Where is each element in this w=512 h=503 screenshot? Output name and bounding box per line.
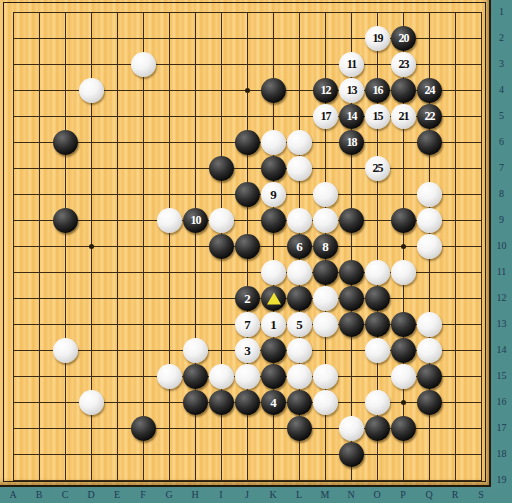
stone-white-O11[interactable] bbox=[365, 260, 390, 285]
stone-white-Q14[interactable] bbox=[417, 338, 442, 363]
stone-black-C9[interactable] bbox=[53, 208, 78, 233]
row-label-17: 17 bbox=[491, 422, 512, 434]
row-label-8: 8 bbox=[491, 188, 512, 200]
stone-white-L15[interactable] bbox=[287, 364, 312, 389]
stone-black-N5[interactable]: 14 bbox=[339, 104, 364, 129]
stone-black-O13[interactable] bbox=[365, 312, 390, 337]
column-label-K: K bbox=[264, 488, 282, 502]
column-label-G: G bbox=[160, 488, 178, 502]
stone-black-K12[interactable] bbox=[261, 286, 286, 311]
star-point bbox=[245, 88, 250, 93]
stone-black-J16[interactable] bbox=[235, 390, 260, 415]
stone-black-I7[interactable] bbox=[209, 156, 234, 181]
stone-white-L11[interactable] bbox=[287, 260, 312, 285]
move-number: 17 bbox=[313, 104, 338, 129]
stone-white-G9[interactable] bbox=[157, 208, 182, 233]
move-number: 1 bbox=[261, 312, 286, 337]
stone-black-K15[interactable] bbox=[261, 364, 286, 389]
stone-black-L17[interactable] bbox=[287, 416, 312, 441]
stone-black-K14[interactable] bbox=[261, 338, 286, 363]
move-number: 2 bbox=[235, 286, 260, 311]
move-number: 23 bbox=[391, 52, 416, 77]
move-number: 7 bbox=[235, 312, 260, 337]
move-number: 6 bbox=[287, 234, 312, 259]
go-board-screenshot: 1920112312131624171415212218259106827153… bbox=[0, 0, 512, 503]
stone-black-N6[interactable]: 18 bbox=[339, 130, 364, 155]
move-number: 8 bbox=[313, 234, 338, 259]
row-label-15: 15 bbox=[491, 370, 512, 382]
stone-white-Q9[interactable] bbox=[417, 208, 442, 233]
stone-black-N18[interactable] bbox=[339, 442, 364, 467]
stone-black-J10[interactable] bbox=[235, 234, 260, 259]
stone-black-P9[interactable] bbox=[391, 208, 416, 233]
stone-white-N17[interactable] bbox=[339, 416, 364, 441]
stone-white-I9[interactable] bbox=[209, 208, 234, 233]
stone-white-F3[interactable] bbox=[131, 52, 156, 77]
stone-black-Q6[interactable] bbox=[417, 130, 442, 155]
stone-white-P3[interactable]: 23 bbox=[391, 52, 416, 77]
row-label-7: 7 bbox=[491, 162, 512, 174]
stone-white-O7[interactable]: 25 bbox=[365, 156, 390, 181]
column-label-L: L bbox=[290, 488, 308, 502]
stone-white-L14[interactable] bbox=[287, 338, 312, 363]
column-label-N: N bbox=[342, 488, 360, 502]
stone-white-P11[interactable] bbox=[391, 260, 416, 285]
column-label-E: E bbox=[108, 488, 126, 502]
stone-white-Q13[interactable] bbox=[417, 312, 442, 337]
stone-black-P2[interactable]: 20 bbox=[391, 26, 416, 51]
column-label-B: B bbox=[30, 488, 48, 502]
stone-white-J14[interactable]: 3 bbox=[235, 338, 260, 363]
move-number: 16 bbox=[365, 78, 390, 103]
stone-white-J15[interactable] bbox=[235, 364, 260, 389]
move-number: 21 bbox=[391, 104, 416, 129]
stone-white-L7[interactable] bbox=[287, 156, 312, 181]
row-label-6: 6 bbox=[491, 136, 512, 148]
star-point bbox=[401, 400, 406, 405]
move-number: 12 bbox=[313, 78, 338, 103]
column-label-H: H bbox=[186, 488, 204, 502]
go-board[interactable]: 1920112312131624171415212218259106827153… bbox=[0, 0, 491, 487]
stone-white-M16[interactable] bbox=[313, 390, 338, 415]
stone-black-K9[interactable] bbox=[261, 208, 286, 233]
column-label-D: D bbox=[82, 488, 100, 502]
move-number: 20 bbox=[391, 26, 416, 51]
stone-white-L6[interactable] bbox=[287, 130, 312, 155]
stone-white-O5[interactable]: 15 bbox=[365, 104, 390, 129]
stone-black-P4[interactable] bbox=[391, 78, 416, 103]
stone-white-O2[interactable]: 19 bbox=[365, 26, 390, 51]
stone-white-K13[interactable]: 1 bbox=[261, 312, 286, 337]
stone-white-G15[interactable] bbox=[157, 364, 182, 389]
stone-white-J13[interactable]: 7 bbox=[235, 312, 260, 337]
row-label-4: 4 bbox=[491, 84, 512, 96]
move-number: 24 bbox=[417, 78, 442, 103]
stone-white-N3[interactable]: 11 bbox=[339, 52, 364, 77]
row-label-11: 11 bbox=[491, 266, 512, 278]
stone-white-M12[interactable] bbox=[313, 286, 338, 311]
stone-white-D4[interactable] bbox=[79, 78, 104, 103]
row-label-9: 9 bbox=[491, 214, 512, 226]
move-number: 3 bbox=[235, 338, 260, 363]
column-label-M: M bbox=[316, 488, 334, 502]
stone-black-K7[interactable] bbox=[261, 156, 286, 181]
move-number: 4 bbox=[261, 390, 286, 415]
stone-white-H14[interactable] bbox=[183, 338, 208, 363]
row-label-14: 14 bbox=[491, 344, 512, 356]
stone-white-L9[interactable] bbox=[287, 208, 312, 233]
stone-black-J12[interactable]: 2 bbox=[235, 286, 260, 311]
stone-black-Q15[interactable] bbox=[417, 364, 442, 389]
stone-black-L16[interactable] bbox=[287, 390, 312, 415]
stone-black-C6[interactable] bbox=[53, 130, 78, 155]
stone-white-I15[interactable] bbox=[209, 364, 234, 389]
row-label-18: 18 bbox=[491, 448, 512, 460]
stone-white-M9[interactable] bbox=[313, 208, 338, 233]
stone-black-N9[interactable] bbox=[339, 208, 364, 233]
stone-white-K11[interactable] bbox=[261, 260, 286, 285]
stone-black-L10[interactable]: 6 bbox=[287, 234, 312, 259]
column-label-C: C bbox=[56, 488, 74, 502]
move-number: 11 bbox=[339, 52, 364, 77]
move-number: 22 bbox=[417, 104, 442, 129]
row-label-3: 3 bbox=[491, 58, 512, 70]
stone-white-M8[interactable] bbox=[313, 182, 338, 207]
move-number: 25 bbox=[365, 156, 390, 181]
column-label-Q: Q bbox=[420, 488, 438, 502]
move-number: 14 bbox=[339, 104, 364, 129]
stone-black-N11[interactable] bbox=[339, 260, 364, 285]
stone-white-P15[interactable] bbox=[391, 364, 416, 389]
move-number: 5 bbox=[287, 312, 312, 337]
move-number: 10 bbox=[183, 208, 208, 233]
stone-black-O4[interactable]: 16 bbox=[365, 78, 390, 103]
stone-white-M13[interactable] bbox=[313, 312, 338, 337]
stone-black-I10[interactable] bbox=[209, 234, 234, 259]
stone-white-O14[interactable] bbox=[365, 338, 390, 363]
stone-white-K8[interactable]: 9 bbox=[261, 182, 286, 207]
stone-black-K16[interactable]: 4 bbox=[261, 390, 286, 415]
stone-white-Q8[interactable] bbox=[417, 182, 442, 207]
column-label-I: I bbox=[212, 488, 230, 502]
column-label-J: J bbox=[238, 488, 256, 502]
row-label-1: 1 bbox=[491, 6, 512, 18]
stone-black-Q5[interactable]: 22 bbox=[417, 104, 442, 129]
star-point bbox=[401, 244, 406, 249]
move-number: 19 bbox=[365, 26, 390, 51]
stone-black-H9[interactable]: 10 bbox=[183, 208, 208, 233]
stone-white-L13[interactable]: 5 bbox=[287, 312, 312, 337]
row-label-10: 10 bbox=[491, 240, 512, 252]
row-label-19: 19 bbox=[491, 474, 512, 486]
stone-black-P13[interactable] bbox=[391, 312, 416, 337]
column-label-R: R bbox=[446, 488, 464, 502]
row-label-5: 5 bbox=[491, 110, 512, 122]
stone-black-M11[interactable] bbox=[313, 260, 338, 285]
move-number: 13 bbox=[339, 78, 364, 103]
stone-black-Q4[interactable]: 24 bbox=[417, 78, 442, 103]
row-label-12: 12 bbox=[491, 292, 512, 304]
stone-black-H16[interactable] bbox=[183, 390, 208, 415]
stone-black-O17[interactable] bbox=[365, 416, 390, 441]
stone-black-O12[interactable] bbox=[365, 286, 390, 311]
triangle-marker-icon bbox=[267, 292, 281, 304]
stone-black-M4[interactable]: 12 bbox=[313, 78, 338, 103]
stone-white-C14[interactable] bbox=[53, 338, 78, 363]
column-label-F: F bbox=[134, 488, 152, 502]
star-point bbox=[89, 244, 94, 249]
stone-white-Q10[interactable] bbox=[417, 234, 442, 259]
row-label-2: 2 bbox=[491, 32, 512, 44]
stone-black-H15[interactable] bbox=[183, 364, 208, 389]
stone-black-M10[interactable]: 8 bbox=[313, 234, 338, 259]
stone-black-F17[interactable] bbox=[131, 416, 156, 441]
column-label-A: A bbox=[4, 488, 22, 502]
stone-white-O16[interactable] bbox=[365, 390, 390, 415]
row-label-16: 16 bbox=[491, 396, 512, 408]
stone-black-I16[interactable] bbox=[209, 390, 234, 415]
stone-white-P5[interactable]: 21 bbox=[391, 104, 416, 129]
column-label-S: S bbox=[472, 488, 490, 502]
column-label-P: P bbox=[394, 488, 412, 502]
stone-white-M5[interactable]: 17 bbox=[313, 104, 338, 129]
stone-black-N12[interactable] bbox=[339, 286, 364, 311]
move-number: 18 bbox=[339, 130, 364, 155]
stone-black-N13[interactable] bbox=[339, 312, 364, 337]
stone-black-P17[interactable] bbox=[391, 416, 416, 441]
stone-white-N4[interactable]: 13 bbox=[339, 78, 364, 103]
move-number: 9 bbox=[261, 182, 286, 207]
stone-black-K4[interactable] bbox=[261, 78, 286, 103]
stone-black-L12[interactable] bbox=[287, 286, 312, 311]
row-label-13: 13 bbox=[491, 318, 512, 330]
stone-black-J6[interactable] bbox=[235, 130, 260, 155]
stone-black-P14[interactable] bbox=[391, 338, 416, 363]
stone-black-J8[interactable] bbox=[235, 182, 260, 207]
move-number: 15 bbox=[365, 104, 390, 129]
stone-black-Q16[interactable] bbox=[417, 390, 442, 415]
stone-white-D16[interactable] bbox=[79, 390, 104, 415]
column-label-O: O bbox=[368, 488, 386, 502]
stone-white-K6[interactable] bbox=[261, 130, 286, 155]
stone-white-M15[interactable] bbox=[313, 364, 338, 389]
